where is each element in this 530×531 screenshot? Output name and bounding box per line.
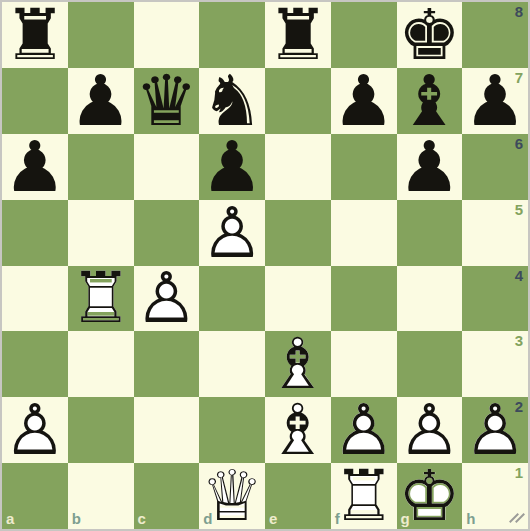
piece-white-rook[interactable]: ♜♖ (69, 266, 132, 332)
square-e4[interactable] (265, 266, 331, 332)
rank-label-3: 3 (515, 333, 523, 349)
square-d8[interactable] (199, 2, 265, 68)
square-d6[interactable]: ♟ (199, 134, 265, 200)
chess-board: ♜♜♚8♟♛♞♟♝♟7♟♟♟6♟♙5♜♖♟♙4♝♗3♟♙♝♗♟♙♟♙♟♙2abc… (2, 2, 528, 529)
file-label-e: e (269, 511, 277, 527)
piece-black-pawn[interactable]: ♟ (3, 134, 66, 200)
rank-label-4: 4 (515, 268, 523, 284)
piece-outline: ♙ (398, 397, 461, 463)
piece-white-pawn[interactable]: ♟♙ (3, 397, 66, 463)
rank-label-8: 8 (515, 4, 523, 20)
square-g8[interactable]: ♚ (397, 2, 463, 68)
file-label-f: f (335, 511, 340, 527)
piece-white-pawn[interactable]: ♟♙ (201, 200, 264, 266)
square-a7[interactable] (2, 68, 68, 134)
square-d5[interactable]: ♟♙ (199, 200, 265, 266)
square-c4[interactable]: ♟♙ (134, 266, 200, 332)
square-a5[interactable] (2, 200, 68, 266)
square-g2[interactable]: ♟♙ (397, 397, 463, 463)
square-e2[interactable]: ♝♗ (265, 397, 331, 463)
square-c7[interactable]: ♛ (134, 68, 200, 134)
square-a6[interactable]: ♟ (2, 134, 68, 200)
piece-white-pawn[interactable]: ♟♙ (332, 397, 395, 463)
square-d1[interactable]: ♛♕d (199, 463, 265, 529)
rank-label-1: 1 (515, 465, 523, 481)
square-a1[interactable]: a (2, 463, 68, 529)
square-b5[interactable] (68, 200, 134, 266)
square-c3[interactable] (134, 331, 200, 397)
chess-board-frame: ♜♜♚8♟♛♞♟♝♟7♟♟♟6♟♙5♜♖♟♙4♝♗3♟♙♝♗♟♙♟♙♟♙2abc… (0, 0, 530, 531)
file-label-c: c (138, 511, 146, 527)
file-label-g: g (401, 511, 410, 527)
piece-outline: ♖ (69, 266, 132, 332)
piece-black-bishop[interactable]: ♝ (398, 68, 461, 134)
square-d4[interactable] (199, 266, 265, 332)
piece-black-pawn[interactable]: ♟ (398, 134, 461, 200)
piece-white-bishop[interactable]: ♝♗ (266, 397, 329, 463)
square-c2[interactable] (134, 397, 200, 463)
square-g7[interactable]: ♝ (397, 68, 463, 134)
square-d2[interactable] (199, 397, 265, 463)
rank-label-2: 2 (515, 399, 523, 415)
square-a4[interactable] (2, 266, 68, 332)
square-a3[interactable] (2, 331, 68, 397)
square-b6[interactable] (68, 134, 134, 200)
square-f7[interactable]: ♟ (331, 68, 397, 134)
square-g3[interactable] (397, 331, 463, 397)
square-h7[interactable]: ♟7 (462, 68, 528, 134)
square-e5[interactable] (265, 200, 331, 266)
piece-black-pawn[interactable]: ♟ (332, 68, 395, 134)
square-f6[interactable] (331, 134, 397, 200)
square-b7[interactable]: ♟ (68, 68, 134, 134)
square-h8[interactable]: 8 (462, 2, 528, 68)
square-e7[interactable] (265, 68, 331, 134)
piece-black-rook[interactable]: ♜ (3, 2, 66, 68)
piece-black-queen[interactable]: ♛ (135, 68, 198, 134)
square-h6[interactable]: 6 (462, 134, 528, 200)
piece-black-pawn[interactable]: ♟ (201, 134, 264, 200)
file-label-b: b (72, 511, 81, 527)
piece-white-bishop[interactable]: ♝♗ (266, 331, 329, 397)
square-h3[interactable]: 3 (462, 331, 528, 397)
square-e3[interactable]: ♝♗ (265, 331, 331, 397)
square-e1[interactable]: e (265, 463, 331, 529)
square-a2[interactable]: ♟♙ (2, 397, 68, 463)
square-g1[interactable]: ♚♔g (397, 463, 463, 529)
piece-white-rook[interactable]: ♜♖ (332, 463, 395, 529)
piece-outline: ♖ (332, 463, 395, 529)
file-label-d: d (203, 511, 212, 527)
piece-outline: ♙ (135, 266, 198, 332)
square-f2[interactable]: ♟♙ (331, 397, 397, 463)
square-b3[interactable] (68, 331, 134, 397)
square-e6[interactable] (265, 134, 331, 200)
piece-outline: ♗ (266, 331, 329, 397)
square-b4[interactable]: ♜♖ (68, 266, 134, 332)
square-f1[interactable]: ♜♖f (331, 463, 397, 529)
square-c1[interactable]: c (134, 463, 200, 529)
square-b1[interactable]: b (68, 463, 134, 529)
square-c5[interactable] (134, 200, 200, 266)
file-label-a: a (6, 511, 14, 527)
rank-label-6: 6 (515, 136, 523, 152)
square-d3[interactable] (199, 331, 265, 397)
square-f5[interactable] (331, 200, 397, 266)
square-b8[interactable] (68, 2, 134, 68)
rank-label-5: 5 (515, 202, 523, 218)
piece-outline: ♗ (266, 397, 329, 463)
square-g4[interactable] (397, 266, 463, 332)
square-f4[interactable] (331, 266, 397, 332)
square-c8[interactable] (134, 2, 200, 68)
piece-black-rook[interactable]: ♜ (266, 2, 329, 68)
piece-outline: ♙ (201, 200, 264, 266)
square-h4[interactable]: 4 (462, 266, 528, 332)
piece-black-knight[interactable]: ♞ (201, 68, 264, 134)
square-a8[interactable]: ♜ (2, 2, 68, 68)
square-d7[interactable]: ♞ (199, 68, 265, 134)
square-f8[interactable] (331, 2, 397, 68)
piece-outline: ♙ (332, 397, 395, 463)
piece-black-king[interactable]: ♚ (398, 2, 461, 68)
square-b2[interactable] (68, 397, 134, 463)
square-g6[interactable]: ♟ (397, 134, 463, 200)
resize-handle-icon[interactable] (510, 512, 525, 524)
square-h2[interactable]: ♟♙2 (462, 397, 528, 463)
piece-outline: ♙ (3, 397, 66, 463)
square-e8[interactable]: ♜ (265, 2, 331, 68)
square-c6[interactable] (134, 134, 200, 200)
piece-white-pawn[interactable]: ♟♙ (398, 397, 461, 463)
square-h1[interactable]: 1h (462, 463, 528, 529)
square-h5[interactable]: 5 (462, 200, 528, 266)
file-label-h: h (466, 511, 475, 527)
piece-white-pawn[interactable]: ♟♙ (135, 266, 198, 332)
rank-label-7: 7 (515, 70, 523, 86)
piece-black-pawn[interactable]: ♟ (69, 68, 132, 134)
square-g5[interactable] (397, 200, 463, 266)
square-f3[interactable] (331, 331, 397, 397)
